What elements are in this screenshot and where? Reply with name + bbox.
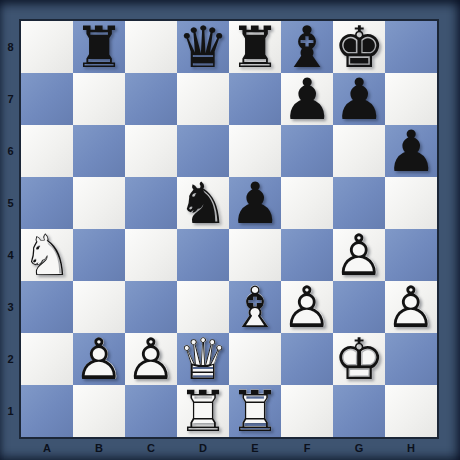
white-piece-outline-glyph: ♔ (333, 333, 385, 385)
piece-white-rook-e1[interactable]: ♜♖ (229, 385, 281, 437)
piece-white-pawn-b2[interactable]: ♟♙ (73, 333, 125, 385)
piece-black-rook-e8[interactable]: ♜ (229, 21, 281, 73)
rank-label-2: 2 (0, 333, 21, 385)
square-g7[interactable]: ♟ (333, 73, 385, 125)
piece-white-knight-a4[interactable]: ♞♘ (21, 229, 73, 281)
square-g6[interactable] (333, 125, 385, 177)
square-b1[interactable] (73, 385, 125, 437)
square-a7[interactable] (21, 73, 73, 125)
file-labels: ABCDEFGH (21, 437, 437, 458)
square-d1[interactable]: ♜♖ (177, 385, 229, 437)
piece-white-king-g2[interactable]: ♚♔ (333, 333, 385, 385)
piece-white-pawn-c2[interactable]: ♟♙ (125, 333, 177, 385)
piece-white-pawn-f3[interactable]: ♟♙ (281, 281, 333, 333)
rank-label-1: 1 (0, 385, 21, 437)
square-g4[interactable]: ♟♙ (333, 229, 385, 281)
piece-black-rook-b8[interactable]: ♜ (73, 21, 125, 73)
square-d8[interactable]: ♛ (177, 21, 229, 73)
square-c2[interactable]: ♟♙ (125, 333, 177, 385)
piece-white-rook-d1[interactable]: ♜♖ (177, 385, 229, 437)
square-b7[interactable] (73, 73, 125, 125)
square-b6[interactable] (73, 125, 125, 177)
piece-black-pawn-h6[interactable]: ♟ (385, 125, 437, 177)
rank-label-8: 8 (0, 21, 21, 73)
rank-label-5: 5 (0, 177, 21, 229)
square-c5[interactable] (125, 177, 177, 229)
square-f1[interactable] (281, 385, 333, 437)
file-label-a: A (21, 437, 73, 458)
rank-label-3: 3 (0, 281, 21, 333)
square-h8[interactable] (385, 21, 437, 73)
square-a3[interactable] (21, 281, 73, 333)
board-frame: ♜♛♜♝♚♟♟♟♞♟♞♘♟♙♝♗♟♙♟♙♟♙♟♙♛♕♚♔♜♖♜♖ 8765432… (0, 0, 460, 460)
file-label-h: H (385, 437, 437, 458)
square-f5[interactable] (281, 177, 333, 229)
square-c8[interactable] (125, 21, 177, 73)
white-piece-outline-glyph: ♖ (229, 385, 281, 437)
square-a6[interactable] (21, 125, 73, 177)
white-piece-outline-glyph: ♗ (229, 281, 281, 333)
piece-black-pawn-g7[interactable]: ♟ (333, 73, 385, 125)
square-h2[interactable] (385, 333, 437, 385)
square-e3[interactable]: ♝♗ (229, 281, 281, 333)
rank-labels: 87654321 (0, 21, 21, 437)
white-piece-outline-glyph: ♖ (177, 385, 229, 437)
rank-label-4: 4 (0, 229, 21, 281)
square-h5[interactable] (385, 177, 437, 229)
square-e1[interactable]: ♜♖ (229, 385, 281, 437)
square-e7[interactable] (229, 73, 281, 125)
rank-label-7: 7 (0, 73, 21, 125)
file-label-d: D (177, 437, 229, 458)
piece-black-queen-d8[interactable]: ♛ (177, 21, 229, 73)
piece-black-pawn-e5[interactable]: ♟ (229, 177, 281, 229)
square-g1[interactable] (333, 385, 385, 437)
white-piece-outline-glyph: ♙ (73, 333, 125, 385)
file-label-b: B (73, 437, 125, 458)
square-f7[interactable]: ♟ (281, 73, 333, 125)
square-e5[interactable]: ♟ (229, 177, 281, 229)
white-piece-outline-glyph: ♙ (281, 281, 333, 333)
square-c1[interactable] (125, 385, 177, 437)
square-a2[interactable] (21, 333, 73, 385)
square-c7[interactable] (125, 73, 177, 125)
square-f6[interactable] (281, 125, 333, 177)
square-a8[interactable] (21, 21, 73, 73)
square-d7[interactable] (177, 73, 229, 125)
square-b4[interactable] (73, 229, 125, 281)
square-h3[interactable]: ♟♙ (385, 281, 437, 333)
file-label-g: G (333, 437, 385, 458)
piece-white-pawn-h3[interactable]: ♟♙ (385, 281, 437, 333)
square-e8[interactable]: ♜ (229, 21, 281, 73)
square-d4[interactable] (177, 229, 229, 281)
square-h6[interactable]: ♟ (385, 125, 437, 177)
white-piece-outline-glyph: ♘ (21, 229, 73, 281)
square-b2[interactable]: ♟♙ (73, 333, 125, 385)
square-h1[interactable] (385, 385, 437, 437)
square-c4[interactable] (125, 229, 177, 281)
square-c6[interactable] (125, 125, 177, 177)
piece-black-knight-d5[interactable]: ♞ (177, 177, 229, 229)
piece-white-bishop-e3[interactable]: ♝♗ (229, 281, 281, 333)
square-f3[interactable]: ♟♙ (281, 281, 333, 333)
chess-board: ♜♛♜♝♚♟♟♟♞♟♞♘♟♙♝♗♟♙♟♙♟♙♟♙♛♕♚♔♜♖♜♖ (21, 21, 437, 437)
square-b5[interactable] (73, 177, 125, 229)
square-f2[interactable] (281, 333, 333, 385)
white-piece-outline-glyph: ♙ (125, 333, 177, 385)
file-label-c: C (125, 437, 177, 458)
white-piece-outline-glyph: ♙ (333, 229, 385, 281)
piece-black-pawn-f7[interactable]: ♟ (281, 73, 333, 125)
piece-white-pawn-g4[interactable]: ♟♙ (333, 229, 385, 281)
rank-label-6: 6 (0, 125, 21, 177)
square-b8[interactable]: ♜ (73, 21, 125, 73)
square-d5[interactable]: ♞ (177, 177, 229, 229)
file-label-f: F (281, 437, 333, 458)
square-a4[interactable]: ♞♘ (21, 229, 73, 281)
square-a1[interactable] (21, 385, 73, 437)
square-g2[interactable]: ♚♔ (333, 333, 385, 385)
file-label-e: E (229, 437, 281, 458)
white-piece-outline-glyph: ♙ (385, 281, 437, 333)
